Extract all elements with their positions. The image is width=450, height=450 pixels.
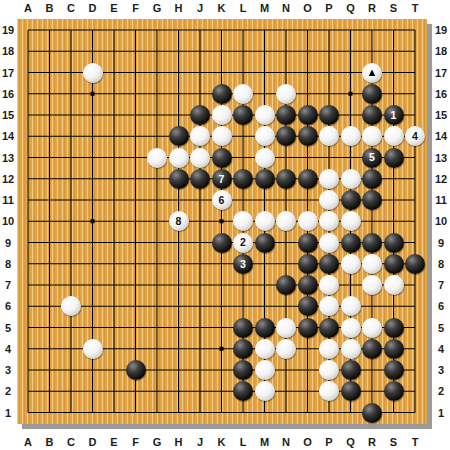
intersection-D18[interactable] (82, 41, 104, 62)
intersection-P4[interactable] (318, 338, 340, 359)
intersection-G13[interactable] (146, 147, 168, 168)
intersection-Q4[interactable] (340, 338, 362, 359)
intersection-T8[interactable] (404, 253, 426, 274)
intersection-N11[interactable] (275, 189, 297, 210)
intersection-J12[interactable] (189, 168, 211, 189)
intersection-R14[interactable] (361, 126, 383, 147)
intersection-P15[interactable] (318, 104, 340, 125)
intersection-O16[interactable] (297, 83, 319, 104)
intersection-G11[interactable] (146, 189, 168, 210)
intersection-C14[interactable] (60, 126, 82, 147)
intersection-K5[interactable] (211, 317, 233, 338)
intersection-G18[interactable] (146, 41, 168, 62)
intersection-T16[interactable] (404, 83, 426, 104)
intersection-E16[interactable] (103, 83, 125, 104)
intersection-M17[interactable] (254, 62, 276, 83)
intersection-C16[interactable] (60, 83, 82, 104)
intersection-K19[interactable] (211, 19, 233, 40)
intersection-Q18[interactable] (340, 41, 362, 62)
intersection-H8[interactable] (168, 253, 190, 274)
intersection-B13[interactable] (39, 147, 61, 168)
intersection-Q9[interactable] (340, 232, 362, 253)
intersection-E14[interactable] (103, 126, 125, 147)
intersection-A18[interactable] (17, 41, 39, 62)
intersection-P8[interactable] (318, 253, 340, 274)
intersection-L10[interactable] (232, 211, 254, 232)
intersection-B10[interactable] (39, 211, 61, 232)
intersection-G12[interactable] (146, 168, 168, 189)
intersection-K9[interactable] (211, 232, 233, 253)
intersection-L18[interactable] (232, 41, 254, 62)
intersection-O18[interactable] (297, 41, 319, 62)
intersection-B19[interactable] (39, 19, 61, 40)
intersection-E10[interactable] (103, 211, 125, 232)
intersection-M19[interactable] (254, 19, 276, 40)
intersection-L4[interactable] (232, 338, 254, 359)
intersection-B2[interactable] (39, 381, 61, 402)
intersection-Q14[interactable] (340, 126, 362, 147)
intersection-F13[interactable] (125, 147, 147, 168)
intersection-F2[interactable] (125, 381, 147, 402)
intersection-B8[interactable] (39, 253, 61, 274)
intersection-S19[interactable] (383, 19, 405, 40)
intersection-E19[interactable] (103, 19, 125, 40)
intersection-M9[interactable] (254, 232, 276, 253)
intersection-D11[interactable] (82, 189, 104, 210)
intersection-P17[interactable] (318, 62, 340, 83)
intersection-O19[interactable] (297, 19, 319, 40)
intersection-L19[interactable] (232, 19, 254, 40)
intersection-H18[interactable] (168, 41, 190, 62)
intersection-A10[interactable] (17, 211, 39, 232)
intersection-L6[interactable] (232, 296, 254, 317)
intersection-M1[interactable] (254, 402, 276, 423)
intersection-S10[interactable] (383, 211, 405, 232)
intersection-C15[interactable] (60, 104, 82, 125)
intersection-N9[interactable] (275, 232, 297, 253)
intersection-O4[interactable] (297, 338, 319, 359)
intersection-F8[interactable] (125, 253, 147, 274)
intersection-F15[interactable] (125, 104, 147, 125)
intersection-S4[interactable] (383, 338, 405, 359)
intersection-J5[interactable] (189, 317, 211, 338)
intersection-D9[interactable] (82, 232, 104, 253)
intersection-A3[interactable] (17, 359, 39, 380)
intersection-A13[interactable] (17, 147, 39, 168)
intersection-M8[interactable] (254, 253, 276, 274)
intersection-R17[interactable]: ▲ (361, 62, 383, 83)
intersection-C3[interactable] (60, 359, 82, 380)
intersection-P1[interactable] (318, 402, 340, 423)
intersection-B9[interactable] (39, 232, 61, 253)
intersection-O13[interactable] (297, 147, 319, 168)
intersection-Q6[interactable] (340, 296, 362, 317)
intersection-F3[interactable] (125, 359, 147, 380)
intersection-J3[interactable] (189, 359, 211, 380)
intersection-Q13[interactable] (340, 147, 362, 168)
intersection-A7[interactable] (17, 274, 39, 295)
intersection-O3[interactable] (297, 359, 319, 380)
intersection-A19[interactable] (17, 19, 39, 40)
intersection-A9[interactable] (17, 232, 39, 253)
intersection-R15[interactable] (361, 104, 383, 125)
intersection-E1[interactable] (103, 402, 125, 423)
intersection-Q3[interactable] (340, 359, 362, 380)
intersection-R8[interactable] (361, 253, 383, 274)
intersection-F12[interactable] (125, 168, 147, 189)
intersection-Q10[interactable] (340, 211, 362, 232)
intersection-M11[interactable] (254, 189, 276, 210)
intersection-B18[interactable] (39, 41, 61, 62)
intersection-J14[interactable] (189, 126, 211, 147)
intersection-N6[interactable] (275, 296, 297, 317)
intersection-O11[interactable] (297, 189, 319, 210)
intersection-R2[interactable] (361, 381, 383, 402)
intersection-P16[interactable] (318, 83, 340, 104)
intersection-T14[interactable]: 4 (404, 126, 426, 147)
intersection-H4[interactable] (168, 338, 190, 359)
intersection-Q15[interactable] (340, 104, 362, 125)
intersection-G8[interactable] (146, 253, 168, 274)
intersection-A14[interactable] (17, 126, 39, 147)
intersection-G7[interactable] (146, 274, 168, 295)
intersection-C13[interactable] (60, 147, 82, 168)
intersection-D16[interactable] (82, 83, 104, 104)
intersection-G10[interactable] (146, 211, 168, 232)
intersection-Q8[interactable] (340, 253, 362, 274)
intersection-C12[interactable] (60, 168, 82, 189)
intersection-P10[interactable] (318, 211, 340, 232)
intersection-E6[interactable] (103, 296, 125, 317)
intersection-N8[interactable] (275, 253, 297, 274)
intersection-Q19[interactable] (340, 19, 362, 40)
intersection-C18[interactable] (60, 41, 82, 62)
intersection-F6[interactable] (125, 296, 147, 317)
intersection-F19[interactable] (125, 19, 147, 40)
intersection-K16[interactable] (211, 83, 233, 104)
intersection-L11[interactable] (232, 189, 254, 210)
intersection-J1[interactable] (189, 402, 211, 423)
intersection-B7[interactable] (39, 274, 61, 295)
intersection-M14[interactable] (254, 126, 276, 147)
intersection-J16[interactable] (189, 83, 211, 104)
intersection-E12[interactable] (103, 168, 125, 189)
intersection-O15[interactable] (297, 104, 319, 125)
intersection-C9[interactable] (60, 232, 82, 253)
intersection-Q5[interactable] (340, 317, 362, 338)
intersection-L5[interactable] (232, 317, 254, 338)
intersection-N4[interactable] (275, 338, 297, 359)
intersection-N2[interactable] (275, 381, 297, 402)
intersection-H9[interactable] (168, 232, 190, 253)
intersection-A2[interactable] (17, 381, 39, 402)
intersection-F4[interactable] (125, 338, 147, 359)
intersection-O17[interactable] (297, 62, 319, 83)
intersection-Q12[interactable] (340, 168, 362, 189)
intersection-F11[interactable] (125, 189, 147, 210)
intersection-J4[interactable] (189, 338, 211, 359)
intersection-M4[interactable] (254, 338, 276, 359)
intersection-H11[interactable] (168, 189, 190, 210)
intersection-N16[interactable] (275, 83, 297, 104)
intersection-K10[interactable] (211, 211, 233, 232)
intersection-J17[interactable] (189, 62, 211, 83)
intersection-K13[interactable] (211, 147, 233, 168)
intersection-M18[interactable] (254, 41, 276, 62)
intersection-H7[interactable] (168, 274, 190, 295)
intersection-T18[interactable] (404, 41, 426, 62)
intersection-P6[interactable] (318, 296, 340, 317)
intersection-S12[interactable] (383, 168, 405, 189)
intersection-T17[interactable] (404, 62, 426, 83)
intersection-D13[interactable] (82, 147, 104, 168)
intersection-H15[interactable] (168, 104, 190, 125)
intersection-B14[interactable] (39, 126, 61, 147)
intersection-G5[interactable] (146, 317, 168, 338)
intersection-H6[interactable] (168, 296, 190, 317)
intersection-E2[interactable] (103, 381, 125, 402)
intersection-R16[interactable] (361, 83, 383, 104)
intersection-H10[interactable]: 8 (168, 211, 190, 232)
intersection-H3[interactable] (168, 359, 190, 380)
intersection-A4[interactable] (17, 338, 39, 359)
intersection-C7[interactable] (60, 274, 82, 295)
intersection-K1[interactable] (211, 402, 233, 423)
intersection-O2[interactable] (297, 381, 319, 402)
intersection-T10[interactable] (404, 211, 426, 232)
intersection-G9[interactable] (146, 232, 168, 253)
intersection-B12[interactable] (39, 168, 61, 189)
intersection-H12[interactable] (168, 168, 190, 189)
intersection-S5[interactable] (383, 317, 405, 338)
intersection-R9[interactable] (361, 232, 383, 253)
intersection-C17[interactable] (60, 62, 82, 83)
intersection-O5[interactable] (297, 317, 319, 338)
intersection-K18[interactable] (211, 41, 233, 62)
intersection-R7[interactable] (361, 274, 383, 295)
intersection-R5[interactable] (361, 317, 383, 338)
intersection-N1[interactable] (275, 402, 297, 423)
intersection-M15[interactable] (254, 104, 276, 125)
intersection-M10[interactable] (254, 211, 276, 232)
intersection-N19[interactable] (275, 19, 297, 40)
intersection-R11[interactable] (361, 189, 383, 210)
intersection-O12[interactable] (297, 168, 319, 189)
intersection-L8[interactable]: 3 (232, 253, 254, 274)
intersection-G15[interactable] (146, 104, 168, 125)
intersection-D15[interactable] (82, 104, 104, 125)
intersection-S3[interactable] (383, 359, 405, 380)
intersection-S14[interactable] (383, 126, 405, 147)
intersection-D6[interactable] (82, 296, 104, 317)
intersection-S11[interactable] (383, 189, 405, 210)
intersection-O8[interactable] (297, 253, 319, 274)
intersection-E15[interactable] (103, 104, 125, 125)
intersection-L3[interactable] (232, 359, 254, 380)
intersection-E3[interactable] (103, 359, 125, 380)
intersection-G6[interactable] (146, 296, 168, 317)
intersection-N18[interactable] (275, 41, 297, 62)
intersection-S1[interactable] (383, 402, 405, 423)
intersection-M6[interactable] (254, 296, 276, 317)
intersection-K6[interactable] (211, 296, 233, 317)
intersection-H17[interactable] (168, 62, 190, 83)
intersection-C10[interactable] (60, 211, 82, 232)
intersection-T12[interactable] (404, 168, 426, 189)
intersection-L13[interactable] (232, 147, 254, 168)
intersection-H19[interactable] (168, 19, 190, 40)
intersection-E9[interactable] (103, 232, 125, 253)
intersection-J18[interactable] (189, 41, 211, 62)
intersection-L2[interactable] (232, 381, 254, 402)
intersection-O6[interactable] (297, 296, 319, 317)
intersection-G16[interactable] (146, 83, 168, 104)
intersection-R18[interactable] (361, 41, 383, 62)
intersection-D7[interactable] (82, 274, 104, 295)
intersection-O14[interactable] (297, 126, 319, 147)
intersection-J11[interactable] (189, 189, 211, 210)
intersection-E11[interactable] (103, 189, 125, 210)
intersection-C4[interactable] (60, 338, 82, 359)
intersection-D10[interactable] (82, 211, 104, 232)
intersection-D1[interactable] (82, 402, 104, 423)
intersection-T19[interactable] (404, 19, 426, 40)
intersection-Q2[interactable] (340, 381, 362, 402)
intersection-D4[interactable] (82, 338, 104, 359)
intersection-S13[interactable] (383, 147, 405, 168)
intersection-A12[interactable] (17, 168, 39, 189)
intersection-G14[interactable] (146, 126, 168, 147)
intersection-L9[interactable]: 2 (232, 232, 254, 253)
intersection-P13[interactable] (318, 147, 340, 168)
intersection-C8[interactable] (60, 253, 82, 274)
intersection-K11[interactable]: 6 (211, 189, 233, 210)
intersection-K2[interactable] (211, 381, 233, 402)
intersection-P3[interactable] (318, 359, 340, 380)
intersection-F14[interactable] (125, 126, 147, 147)
intersection-N17[interactable] (275, 62, 297, 83)
intersection-P5[interactable] (318, 317, 340, 338)
intersection-N14[interactable] (275, 126, 297, 147)
intersection-T1[interactable] (404, 402, 426, 423)
intersection-S16[interactable] (383, 83, 405, 104)
intersection-F9[interactable] (125, 232, 147, 253)
intersection-B6[interactable] (39, 296, 61, 317)
intersection-B1[interactable] (39, 402, 61, 423)
intersection-K15[interactable] (211, 104, 233, 125)
intersection-E7[interactable] (103, 274, 125, 295)
intersection-A8[interactable] (17, 253, 39, 274)
intersection-M13[interactable] (254, 147, 276, 168)
intersection-S9[interactable] (383, 232, 405, 253)
intersection-T13[interactable] (404, 147, 426, 168)
intersection-E13[interactable] (103, 147, 125, 168)
intersection-G3[interactable] (146, 359, 168, 380)
intersection-G1[interactable] (146, 402, 168, 423)
intersection-C6[interactable] (60, 296, 82, 317)
intersection-T9[interactable] (404, 232, 426, 253)
intersection-R6[interactable] (361, 296, 383, 317)
intersection-H16[interactable] (168, 83, 190, 104)
intersection-T15[interactable] (404, 104, 426, 125)
intersection-K12[interactable]: 7 (211, 168, 233, 189)
intersection-K17[interactable] (211, 62, 233, 83)
intersection-A15[interactable] (17, 104, 39, 125)
intersection-Q1[interactable] (340, 402, 362, 423)
intersection-T4[interactable] (404, 338, 426, 359)
intersection-B3[interactable] (39, 359, 61, 380)
intersection-T3[interactable] (404, 359, 426, 380)
intersection-E17[interactable] (103, 62, 125, 83)
intersection-L12[interactable] (232, 168, 254, 189)
intersection-G4[interactable] (146, 338, 168, 359)
intersection-T7[interactable] (404, 274, 426, 295)
intersection-B15[interactable] (39, 104, 61, 125)
intersection-D19[interactable] (82, 19, 104, 40)
intersection-R1[interactable] (361, 402, 383, 423)
intersection-J9[interactable] (189, 232, 211, 253)
intersection-C11[interactable] (60, 189, 82, 210)
intersection-P2[interactable] (318, 381, 340, 402)
intersection-A16[interactable] (17, 83, 39, 104)
intersection-P18[interactable] (318, 41, 340, 62)
intersection-R10[interactable] (361, 211, 383, 232)
intersection-S17[interactable] (383, 62, 405, 83)
intersection-H13[interactable] (168, 147, 190, 168)
intersection-K4[interactable] (211, 338, 233, 359)
intersection-A5[interactable] (17, 317, 39, 338)
intersection-R3[interactable] (361, 359, 383, 380)
intersection-F16[interactable] (125, 83, 147, 104)
intersection-C19[interactable] (60, 19, 82, 40)
intersection-F7[interactable] (125, 274, 147, 295)
intersection-C1[interactable] (60, 402, 82, 423)
intersection-J13[interactable] (189, 147, 211, 168)
intersection-S8[interactable] (383, 253, 405, 274)
intersection-Q17[interactable] (340, 62, 362, 83)
intersection-N12[interactable] (275, 168, 297, 189)
intersection-L16[interactable] (232, 83, 254, 104)
intersection-P7[interactable] (318, 274, 340, 295)
intersection-G19[interactable] (146, 19, 168, 40)
intersection-L17[interactable] (232, 62, 254, 83)
intersection-F1[interactable] (125, 402, 147, 423)
intersection-F5[interactable] (125, 317, 147, 338)
intersection-N3[interactable] (275, 359, 297, 380)
intersection-H1[interactable] (168, 402, 190, 423)
intersection-Q11[interactable] (340, 189, 362, 210)
intersection-G17[interactable] (146, 62, 168, 83)
intersection-H2[interactable] (168, 381, 190, 402)
intersection-M12[interactable] (254, 168, 276, 189)
intersection-M5[interactable] (254, 317, 276, 338)
intersection-M2[interactable] (254, 381, 276, 402)
intersection-J6[interactable] (189, 296, 211, 317)
intersection-N5[interactable] (275, 317, 297, 338)
intersection-F10[interactable] (125, 211, 147, 232)
intersection-S7[interactable] (383, 274, 405, 295)
intersection-T6[interactable] (404, 296, 426, 317)
intersection-D8[interactable] (82, 253, 104, 274)
intersection-B11[interactable] (39, 189, 61, 210)
intersection-F17[interactable] (125, 62, 147, 83)
intersection-P19[interactable] (318, 19, 340, 40)
intersection-S18[interactable] (383, 41, 405, 62)
intersection-B17[interactable] (39, 62, 61, 83)
intersection-E18[interactable] (103, 41, 125, 62)
intersection-S6[interactable] (383, 296, 405, 317)
intersection-L15[interactable] (232, 104, 254, 125)
